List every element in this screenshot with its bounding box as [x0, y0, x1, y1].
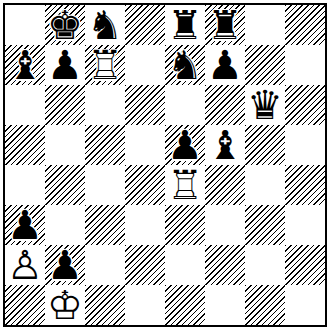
white-pawn-halo: ♟ — [5, 245, 45, 285]
white-king-halo: ♚ — [45, 285, 85, 325]
piece-black-queen: ♛ — [245, 85, 285, 125]
square-g8[interactable] — [245, 5, 285, 45]
square-c4[interactable] — [85, 165, 125, 205]
square-c7[interactable]: ♜♖ — [85, 45, 125, 85]
white-rook-halo: ♜ — [165, 165, 205, 205]
square-d2[interactable] — [125, 245, 165, 285]
square-f4[interactable] — [205, 165, 245, 205]
square-f1[interactable] — [205, 285, 245, 325]
square-f3[interactable] — [205, 205, 245, 245]
square-a4[interactable] — [5, 165, 45, 205]
square-g7[interactable] — [245, 45, 285, 85]
black-pawn-halo: ♟ — [45, 245, 85, 285]
piece-black-rook: ♜ — [165, 5, 205, 45]
square-h3[interactable] — [285, 205, 325, 245]
square-b2[interactable]: ♟♟ — [45, 245, 85, 285]
square-a6[interactable] — [5, 85, 45, 125]
piece-black-pawn: ♟ — [5, 205, 45, 245]
square-e5[interactable]: ♟♟ — [165, 125, 205, 165]
square-c5[interactable] — [85, 125, 125, 165]
square-b4[interactable] — [45, 165, 85, 205]
square-f2[interactable] — [205, 245, 245, 285]
square-d7[interactable] — [125, 45, 165, 85]
square-c6[interactable] — [85, 85, 125, 125]
piece-black-bishop: ♝ — [5, 45, 45, 85]
square-d4[interactable] — [125, 165, 165, 205]
square-h2[interactable] — [285, 245, 325, 285]
square-c1[interactable] — [85, 285, 125, 325]
square-f7[interactable]: ♟♟ — [205, 45, 245, 85]
square-a8[interactable] — [5, 5, 45, 45]
square-d6[interactable] — [125, 85, 165, 125]
square-b5[interactable] — [45, 125, 85, 165]
square-a2[interactable]: ♟♙ — [5, 245, 45, 285]
square-h1[interactable] — [285, 285, 325, 325]
square-g6[interactable]: ♛♛ — [245, 85, 285, 125]
black-knight-halo: ♞ — [165, 45, 205, 85]
square-g3[interactable] — [245, 205, 285, 245]
black-rook-halo: ♜ — [205, 5, 245, 45]
square-h6[interactable] — [285, 85, 325, 125]
square-a1[interactable] — [5, 285, 45, 325]
piece-white-rook: ♖ — [165, 165, 205, 205]
square-d3[interactable] — [125, 205, 165, 245]
square-h7[interactable] — [285, 45, 325, 85]
chess-diagram-frame: ♚♚♞♞♜♜♜♜♝♝♟♟♜♖♞♞♟♟♛♛♟♟♝♝♜♖♟♟♟♙♟♟♚♔ — [0, 0, 332, 332]
piece-black-bishop: ♝ — [205, 125, 245, 165]
square-g4[interactable] — [245, 165, 285, 205]
black-queen-halo: ♛ — [245, 85, 285, 125]
square-f6[interactable] — [205, 85, 245, 125]
piece-black-pawn: ♟ — [45, 245, 85, 285]
piece-black-pawn: ♟ — [45, 45, 85, 85]
square-e4[interactable]: ♜♖ — [165, 165, 205, 205]
piece-white-rook: ♖ — [85, 45, 125, 85]
square-g2[interactable] — [245, 245, 285, 285]
square-d5[interactable] — [125, 125, 165, 165]
piece-black-rook: ♜ — [205, 5, 245, 45]
square-a3[interactable]: ♟♟ — [5, 205, 45, 245]
square-e6[interactable] — [165, 85, 205, 125]
square-e8[interactable]: ♜♜ — [165, 5, 205, 45]
black-pawn-halo: ♟ — [205, 45, 245, 85]
piece-white-pawn: ♙ — [5, 245, 45, 285]
square-b1[interactable]: ♚♔ — [45, 285, 85, 325]
square-c3[interactable] — [85, 205, 125, 245]
black-pawn-halo: ♟ — [5, 205, 45, 245]
square-h5[interactable] — [285, 125, 325, 165]
black-knight-halo: ♞ — [85, 5, 125, 45]
square-b8[interactable]: ♚♚ — [45, 5, 85, 45]
black-king-halo: ♚ — [45, 5, 85, 45]
chess-board: ♚♚♞♞♜♜♜♜♝♝♟♟♜♖♞♞♟♟♛♛♟♟♝♝♜♖♟♟♟♙♟♟♚♔ — [3, 3, 327, 327]
square-g1[interactable] — [245, 285, 285, 325]
piece-white-king: ♔ — [45, 285, 85, 325]
square-e7[interactable]: ♞♞ — [165, 45, 205, 85]
piece-black-pawn: ♟ — [205, 45, 245, 85]
black-bishop-halo: ♝ — [5, 45, 45, 85]
square-e2[interactable] — [165, 245, 205, 285]
white-rook-halo: ♜ — [85, 45, 125, 85]
square-f5[interactable]: ♝♝ — [205, 125, 245, 165]
black-pawn-halo: ♟ — [45, 45, 85, 85]
square-c8[interactable]: ♞♞ — [85, 5, 125, 45]
square-b7[interactable]: ♟♟ — [45, 45, 85, 85]
piece-black-king: ♚ — [45, 5, 85, 45]
square-c2[interactable] — [85, 245, 125, 285]
square-b6[interactable] — [45, 85, 85, 125]
black-bishop-halo: ♝ — [205, 125, 245, 165]
piece-black-knight: ♞ — [85, 5, 125, 45]
square-a5[interactable] — [5, 125, 45, 165]
square-b3[interactable] — [45, 205, 85, 245]
square-d8[interactable] — [125, 5, 165, 45]
square-h8[interactable] — [285, 5, 325, 45]
piece-black-knight: ♞ — [165, 45, 205, 85]
piece-black-pawn: ♟ — [165, 125, 205, 165]
square-d1[interactable] — [125, 285, 165, 325]
square-f8[interactable]: ♜♜ — [205, 5, 245, 45]
square-e1[interactable] — [165, 285, 205, 325]
black-pawn-halo: ♟ — [165, 125, 205, 165]
square-h4[interactable] — [285, 165, 325, 205]
square-a7[interactable]: ♝♝ — [5, 45, 45, 85]
square-e3[interactable] — [165, 205, 205, 245]
black-rook-halo: ♜ — [165, 5, 205, 45]
square-g5[interactable] — [245, 125, 285, 165]
